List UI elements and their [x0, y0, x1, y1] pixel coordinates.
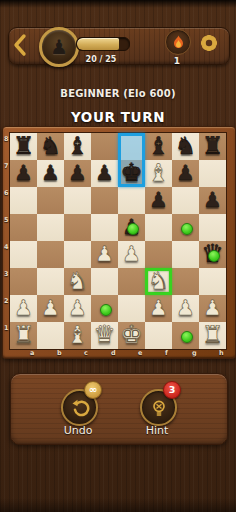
rank-label-2: 2: [4, 297, 9, 305]
black-bishop-c8[interactable]: ♝: [64, 133, 91, 160]
rank-label-8: 8: [4, 135, 9, 143]
difficulty-label: BEGINNER (Elo 600): [0, 88, 236, 99]
bottom-shade: [0, 498, 236, 512]
settings-button[interactable]: [197, 31, 221, 55]
white-pawn-c2[interactable]: ♟: [64, 295, 91, 322]
black-pawn-b7[interactable]: ♟: [37, 160, 64, 187]
square-f5[interactable]: [145, 214, 172, 241]
undo-label: Undo: [48, 424, 108, 437]
black-rook-a8[interactable]: ♜: [10, 133, 37, 160]
white-knight-f3[interactable]: ♞: [145, 268, 172, 295]
file-label-d: d: [111, 349, 116, 357]
black-rook-h8[interactable]: ♜: [199, 133, 226, 160]
streak-medal: [165, 29, 191, 55]
legal-move-dot-e5[interactable]: [127, 223, 139, 235]
square-g6[interactable]: [172, 187, 199, 214]
white-bishop-f7[interactable]: ♝: [145, 160, 172, 187]
undo-arrow-icon: [70, 398, 90, 418]
lightbulb-icon: [149, 398, 169, 418]
black-knight-b8[interactable]: ♞: [37, 133, 64, 160]
hint-badge: 3: [163, 381, 181, 399]
streak-count: 1: [165, 56, 189, 66]
white-pawn-d4[interactable]: ♟: [91, 241, 118, 268]
legal-move-dot-h4[interactable]: [208, 250, 220, 262]
square-d8[interactable]: [91, 133, 118, 160]
white-rook-h1[interactable]: ♜: [199, 322, 226, 349]
white-knight-c3[interactable]: ♞: [64, 268, 91, 295]
square-b4[interactable]: [37, 241, 64, 268]
white-bishop-c1[interactable]: ♝: [64, 322, 91, 349]
square-d5[interactable]: [91, 214, 118, 241]
black-pawn-c7[interactable]: ♟: [64, 160, 91, 187]
square-a6[interactable]: [10, 187, 37, 214]
white-pawn-a2[interactable]: ♟: [10, 295, 37, 322]
square-e2[interactable]: [118, 295, 145, 322]
white-pawn-g2[interactable]: ♟: [172, 295, 199, 322]
white-pawn-f2[interactable]: ♟: [145, 295, 172, 322]
black-pawn-h6[interactable]: ♟: [199, 187, 226, 214]
square-b6[interactable]: [37, 187, 64, 214]
square-d3[interactable]: [91, 268, 118, 295]
rank-label-1: 1: [4, 324, 9, 332]
white-king-e1[interactable]: ♚: [118, 322, 145, 349]
rank-label-5: 5: [4, 216, 9, 224]
square-g3[interactable]: [172, 268, 199, 295]
legal-move-dot-d2[interactable]: [100, 304, 112, 316]
square-d6[interactable]: [91, 187, 118, 214]
level-progress-label: 20 / 25: [64, 55, 138, 64]
square-g4[interactable]: [172, 241, 199, 268]
back-chevron-icon: [11, 33, 31, 57]
black-pawn-d7[interactable]: ♟: [91, 160, 118, 187]
undo-badge: ∞: [84, 381, 102, 399]
legal-move-dot-g1[interactable]: [181, 331, 193, 343]
square-f4[interactable]: [145, 241, 172, 268]
black-pawn-f6[interactable]: ♟: [145, 187, 172, 214]
square-e6[interactable]: [118, 187, 145, 214]
pawn-icon: ♟: [50, 37, 68, 57]
file-label-f: f: [165, 349, 168, 357]
file-label-g: g: [192, 349, 197, 357]
chess-board: ♜♞♝♝♞♜♟♟♟♟♚♝♟♟♟♟♟♟♛♞♞♟♟♟♟♟♟♜♝♛♚♜: [10, 133, 226, 349]
action-bar: [10, 373, 228, 445]
file-label-a: a: [30, 349, 34, 357]
chess-app-screen: ♟ 20 / 25 1 BEGINNER (Elo 600) YOUR T: [0, 0, 236, 512]
square-c6[interactable]: [64, 187, 91, 214]
black-knight-g8[interactable]: ♞: [172, 133, 199, 160]
square-h5[interactable]: [199, 214, 226, 241]
white-queen-d1[interactable]: ♛: [91, 322, 118, 349]
gear-icon: [197, 31, 221, 55]
square-a5[interactable]: [10, 214, 37, 241]
square-b5[interactable]: [37, 214, 64, 241]
back-button[interactable]: [11, 33, 31, 57]
turn-indicator: YOUR TURN: [0, 109, 236, 125]
black-pawn-g7[interactable]: ♟: [172, 160, 199, 187]
hint-label: Hint: [127, 424, 187, 437]
top-shade: [0, 0, 236, 8]
white-rook-a1[interactable]: ♜: [10, 322, 37, 349]
flame-icon: [172, 35, 185, 50]
square-c4[interactable]: [64, 241, 91, 268]
square-c5[interactable]: [64, 214, 91, 241]
rank-label-6: 6: [4, 189, 9, 197]
black-king-e7[interactable]: ♚: [118, 160, 145, 187]
legal-move-dot-g5[interactable]: [181, 223, 193, 235]
level-progress-fill: [77, 38, 119, 50]
black-bishop-f8[interactable]: ♝: [145, 133, 172, 160]
file-label-b: b: [57, 349, 62, 357]
level-progress-bar: [76, 37, 130, 51]
rank-label-4: 4: [4, 243, 9, 251]
square-a4[interactable]: [10, 241, 37, 268]
square-h7[interactable]: [199, 160, 226, 187]
black-pawn-a7[interactable]: ♟: [10, 160, 37, 187]
square-b3[interactable]: [37, 268, 64, 295]
file-label-e: e: [138, 349, 142, 357]
white-pawn-b2[interactable]: ♟: [37, 295, 64, 322]
rank-label-3: 3: [4, 270, 9, 278]
square-b1[interactable]: [37, 322, 64, 349]
square-f1[interactable]: [145, 322, 172, 349]
square-a3[interactable]: [10, 268, 37, 295]
square-e3[interactable]: [118, 268, 145, 295]
file-label-c: c: [84, 349, 88, 357]
rank-label-7: 7: [4, 162, 9, 170]
square-h3[interactable]: [199, 268, 226, 295]
white-pawn-e4[interactable]: ♟: [118, 241, 145, 268]
file-label-h: h: [219, 349, 224, 357]
white-pawn-h2[interactable]: ♟: [199, 295, 226, 322]
